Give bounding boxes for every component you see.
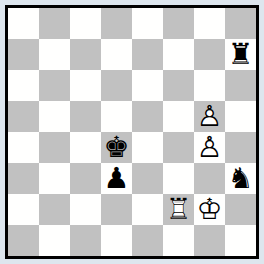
square-e7[interactable] [132, 39, 163, 70]
piece-black-king-d4: ♚ [101, 132, 132, 163]
square-g3[interactable] [194, 163, 225, 194]
square-b8[interactable] [39, 8, 70, 39]
square-d4[interactable]: ♚ [101, 132, 132, 163]
black-pawn-icon: ♟ [101, 163, 132, 194]
square-b1[interactable] [39, 225, 70, 256]
square-d8[interactable] [101, 8, 132, 39]
square-h5[interactable] [225, 101, 256, 132]
square-b5[interactable] [39, 101, 70, 132]
square-d7[interactable] [101, 39, 132, 70]
piece-black-knight-h3: ♞ [225, 163, 256, 194]
square-c8[interactable] [70, 8, 101, 39]
square-g7[interactable] [194, 39, 225, 70]
piece-black-rook-h7: ♜ [225, 39, 256, 70]
square-f2[interactable]: ♜♖ [163, 194, 194, 225]
piece-white-rook-f2: ♜♖ [163, 194, 194, 225]
square-a4[interactable] [8, 132, 39, 163]
piece-black-pawn-d3: ♟ [101, 163, 132, 194]
square-a7[interactable] [8, 39, 39, 70]
piece-white-pawn-g4: ♟♙ [194, 132, 225, 163]
square-h4[interactable] [225, 132, 256, 163]
square-d3[interactable]: ♟ [101, 163, 132, 194]
square-d5[interactable] [101, 101, 132, 132]
square-g1[interactable] [194, 225, 225, 256]
square-h8[interactable] [225, 8, 256, 39]
chess-board: ♜♟♙♚♟♙♟♞♜♖♚♔ [5, 5, 259, 259]
square-a6[interactable] [8, 70, 39, 101]
white-rook-icon: ♖ [163, 194, 194, 225]
black-knight-icon: ♞ [225, 163, 256, 194]
square-f8[interactable] [163, 8, 194, 39]
square-g2[interactable]: ♚♔ [194, 194, 225, 225]
square-a5[interactable] [8, 101, 39, 132]
square-e5[interactable] [132, 101, 163, 132]
square-h1[interactable] [225, 225, 256, 256]
white-pawn-icon: ♙ [194, 101, 225, 132]
square-c6[interactable] [70, 70, 101, 101]
square-h6[interactable] [225, 70, 256, 101]
square-b2[interactable] [39, 194, 70, 225]
square-f6[interactable] [163, 70, 194, 101]
piece-white-king-g2: ♚♔ [194, 194, 225, 225]
square-e2[interactable] [132, 194, 163, 225]
square-f3[interactable] [163, 163, 194, 194]
square-h3[interactable]: ♞ [225, 163, 256, 194]
square-b3[interactable] [39, 163, 70, 194]
black-king-icon: ♚ [101, 132, 132, 163]
square-a3[interactable] [8, 163, 39, 194]
square-a1[interactable] [8, 225, 39, 256]
square-g6[interactable] [194, 70, 225, 101]
square-b7[interactable] [39, 39, 70, 70]
square-f5[interactable] [163, 101, 194, 132]
square-c2[interactable] [70, 194, 101, 225]
square-d2[interactable] [101, 194, 132, 225]
square-a2[interactable] [8, 194, 39, 225]
black-rook-icon: ♜ [225, 39, 256, 70]
square-b4[interactable] [39, 132, 70, 163]
square-f4[interactable] [163, 132, 194, 163]
square-g8[interactable] [194, 8, 225, 39]
square-h7[interactable]: ♜ [225, 39, 256, 70]
square-e3[interactable] [132, 163, 163, 194]
square-c3[interactable] [70, 163, 101, 194]
piece-white-pawn-g5: ♟♙ [194, 101, 225, 132]
board-frame: ♜♟♙♚♟♙♟♞♜♖♚♔ [0, 0, 264, 264]
square-e4[interactable] [132, 132, 163, 163]
square-e8[interactable] [132, 8, 163, 39]
square-e6[interactable] [132, 70, 163, 101]
square-d1[interactable] [101, 225, 132, 256]
square-b6[interactable] [39, 70, 70, 101]
square-g4[interactable]: ♟♙ [194, 132, 225, 163]
square-c7[interactable] [70, 39, 101, 70]
square-a8[interactable] [8, 8, 39, 39]
square-f7[interactable] [163, 39, 194, 70]
square-d6[interactable] [101, 70, 132, 101]
square-f1[interactable] [163, 225, 194, 256]
square-c1[interactable] [70, 225, 101, 256]
white-pawn-icon: ♙ [194, 132, 225, 163]
square-c5[interactable] [70, 101, 101, 132]
square-h2[interactable] [225, 194, 256, 225]
square-c4[interactable] [70, 132, 101, 163]
square-e1[interactable] [132, 225, 163, 256]
square-g5[interactable]: ♟♙ [194, 101, 225, 132]
white-king-icon: ♔ [194, 194, 225, 225]
